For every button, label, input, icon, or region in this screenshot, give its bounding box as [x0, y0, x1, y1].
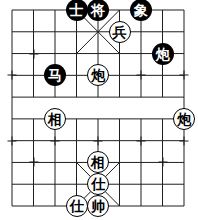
piece-red-cannon[interactable]: 炮 [87, 64, 109, 86]
piece-red-general[interactable]: 帅 [87, 195, 109, 217]
piece-red-cannon[interactable]: 炮 [173, 108, 195, 130]
piece-black-horse[interactable]: 马 [44, 64, 66, 86]
piece-black-cannon[interactable]: 炮 [152, 43, 174, 65]
piece-black-elephant[interactable]: 象 [130, 0, 152, 21]
piece-red-elephant[interactable]: 相 [44, 108, 66, 130]
piece-red-advisor[interactable]: 仕 [87, 173, 109, 195]
xiangqi-board[interactable]: 士将象兵炮马炮相炮相仕仕帅 [0, 0, 198, 220]
piece-red-elephant[interactable]: 相 [87, 151, 109, 173]
piece-black-general[interactable]: 将 [87, 0, 109, 21]
piece-red-advisor[interactable]: 仕 [66, 195, 88, 217]
piece-red-soldier[interactable]: 兵 [109, 21, 131, 43]
piece-black-advisor[interactable]: 士 [66, 0, 88, 21]
